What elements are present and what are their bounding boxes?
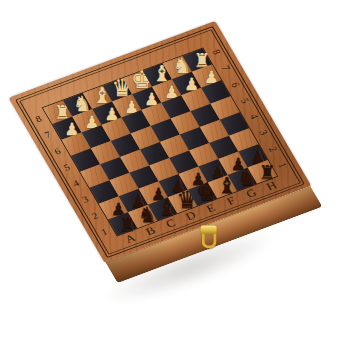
brass-clasp [200, 225, 218, 251]
product-photo-stage: ♜♞♝♛♚♝♞♜♟♟♟♟♟♟♟♟♟♟♟♟♟♟♟♟♜♞♝♛♚♝♞♜ ABCDEFG… [0, 0, 350, 350]
chess-box: ♜♞♝♛♚♝♞♜♟♟♟♟♟♟♟♟♟♟♟♟♟♟♟♟♜♞♝♛♚♝♞♜ ABCDEFG… [9, 21, 312, 263]
clasp-loop [201, 233, 216, 248]
